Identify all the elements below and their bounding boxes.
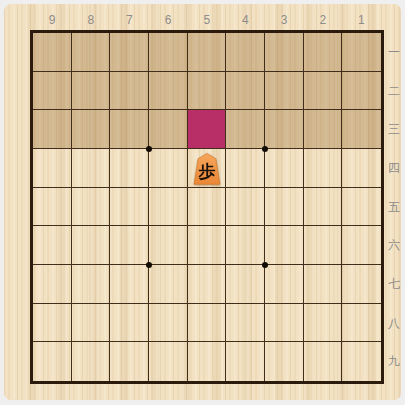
square-1g[interactable] bbox=[342, 265, 381, 304]
square-6h[interactable] bbox=[149, 304, 188, 343]
square-7e[interactable] bbox=[110, 188, 149, 227]
square-5f[interactable] bbox=[188, 226, 227, 265]
koma-shape: 歩 bbox=[192, 153, 222, 186]
square-2d[interactable] bbox=[304, 149, 343, 188]
file-label-5: 5 bbox=[188, 11, 227, 29]
rank-label-9: 九 bbox=[384, 342, 401, 381]
square-4g[interactable] bbox=[226, 265, 265, 304]
square-3d[interactable] bbox=[265, 149, 304, 188]
square-2a[interactable] bbox=[304, 33, 343, 72]
square-5b[interactable] bbox=[188, 72, 227, 111]
piece-sente-pawn[interactable]: 歩 bbox=[192, 153, 222, 186]
square-9c[interactable] bbox=[33, 110, 72, 149]
square-3h[interactable] bbox=[265, 304, 304, 343]
square-7f[interactable] bbox=[110, 226, 149, 265]
square-3e[interactable] bbox=[265, 188, 304, 227]
square-5a[interactable] bbox=[188, 33, 227, 72]
square-7i[interactable] bbox=[110, 342, 149, 381]
square-4h[interactable] bbox=[226, 304, 265, 343]
square-9h[interactable] bbox=[33, 304, 72, 343]
square-2h[interactable] bbox=[304, 304, 343, 343]
shogi-app: 9 8 7 6 5 4 3 2 1 一 二 三 四 五 六 七 八 九 歩 bbox=[0, 0, 405, 405]
rank-label-4: 四 bbox=[384, 149, 401, 188]
square-9g[interactable] bbox=[33, 265, 72, 304]
square-9a[interactable] bbox=[33, 33, 72, 72]
square-8h[interactable] bbox=[72, 304, 111, 343]
square-1c[interactable] bbox=[342, 110, 381, 149]
square-2f[interactable] bbox=[304, 226, 343, 265]
rank-label-5: 五 bbox=[384, 188, 401, 227]
square-2c[interactable] bbox=[304, 110, 343, 149]
rank-label-7: 七 bbox=[384, 265, 401, 304]
square-1f[interactable] bbox=[342, 226, 381, 265]
square-5e[interactable] bbox=[188, 188, 227, 227]
square-9b[interactable] bbox=[33, 72, 72, 111]
file-label-3: 3 bbox=[265, 11, 304, 29]
file-label-8: 8 bbox=[72, 11, 111, 29]
square-6d[interactable] bbox=[149, 149, 188, 188]
square-6i[interactable] bbox=[149, 342, 188, 381]
square-7g[interactable] bbox=[110, 265, 149, 304]
square-9i[interactable] bbox=[33, 342, 72, 381]
square-8f[interactable] bbox=[72, 226, 111, 265]
square-8e[interactable] bbox=[72, 188, 111, 227]
square-7h[interactable] bbox=[110, 304, 149, 343]
square-2b[interactable] bbox=[304, 72, 343, 111]
square-9e[interactable] bbox=[33, 188, 72, 227]
square-7b[interactable] bbox=[110, 72, 149, 111]
rank-labels: 一 二 三 四 五 六 七 八 九 bbox=[384, 33, 401, 381]
svg-text:歩: 歩 bbox=[197, 162, 215, 181]
square-4a[interactable] bbox=[226, 33, 265, 72]
square-1a[interactable] bbox=[342, 33, 381, 72]
square-1d[interactable] bbox=[342, 149, 381, 188]
file-label-6: 6 bbox=[149, 11, 188, 29]
square-9d[interactable] bbox=[33, 149, 72, 188]
square-8g[interactable] bbox=[72, 265, 111, 304]
square-2g[interactable] bbox=[304, 265, 343, 304]
square-4i[interactable] bbox=[226, 342, 265, 381]
square-7c[interactable] bbox=[110, 110, 149, 149]
square-7d[interactable] bbox=[110, 149, 149, 188]
square-1i[interactable] bbox=[342, 342, 381, 381]
square-3i[interactable] bbox=[265, 342, 304, 381]
file-label-2: 2 bbox=[304, 11, 343, 29]
square-6a[interactable] bbox=[149, 33, 188, 72]
rank-label-1: 一 bbox=[384, 33, 401, 72]
board-panel: 9 8 7 6 5 4 3 2 1 一 二 三 四 五 六 七 八 九 歩 bbox=[4, 4, 401, 400]
square-2e[interactable] bbox=[304, 188, 343, 227]
file-label-7: 7 bbox=[110, 11, 149, 29]
file-labels: 9 8 7 6 5 4 3 2 1 bbox=[33, 11, 381, 29]
square-7a[interactable] bbox=[110, 33, 149, 72]
file-label-4: 4 bbox=[226, 11, 265, 29]
square-8c[interactable] bbox=[72, 110, 111, 149]
square-8b[interactable] bbox=[72, 72, 111, 111]
square-5g[interactable] bbox=[188, 265, 227, 304]
rank-label-8: 八 bbox=[384, 304, 401, 343]
square-4c[interactable] bbox=[226, 110, 265, 149]
square-4e[interactable] bbox=[226, 188, 265, 227]
square-4b[interactable] bbox=[226, 72, 265, 111]
square-1h[interactable] bbox=[342, 304, 381, 343]
square-8a[interactable] bbox=[72, 33, 111, 72]
square-9f[interactable] bbox=[33, 226, 72, 265]
square-1e[interactable] bbox=[342, 188, 381, 227]
square-8d[interactable] bbox=[72, 149, 111, 188]
square-1b[interactable] bbox=[342, 72, 381, 111]
rank-label-2: 二 bbox=[384, 72, 401, 111]
square-4d[interactable] bbox=[226, 149, 265, 188]
file-label-1: 1 bbox=[342, 11, 381, 29]
file-label-9: 9 bbox=[33, 11, 72, 29]
square-2i[interactable] bbox=[304, 342, 343, 381]
square-8i[interactable] bbox=[72, 342, 111, 381]
square-6c[interactable] bbox=[149, 110, 188, 149]
square-3f[interactable] bbox=[265, 226, 304, 265]
square-5i[interactable] bbox=[188, 342, 227, 381]
square-6e[interactable] bbox=[149, 188, 188, 227]
square-3b[interactable] bbox=[265, 72, 304, 111]
square-5c[interactable] bbox=[188, 110, 227, 149]
shogi-board[interactable]: 歩 bbox=[30, 30, 384, 384]
square-4f[interactable] bbox=[226, 226, 265, 265]
square-3a[interactable] bbox=[265, 33, 304, 72]
square-3g[interactable] bbox=[265, 265, 304, 304]
square-6b[interactable] bbox=[149, 72, 188, 111]
square-6g[interactable] bbox=[149, 265, 188, 304]
square-5h[interactable] bbox=[188, 304, 227, 343]
rank-label-3: 三 bbox=[384, 110, 401, 149]
rank-label-6: 六 bbox=[384, 226, 401, 265]
square-3c[interactable] bbox=[265, 110, 304, 149]
square-6f[interactable] bbox=[149, 226, 188, 265]
